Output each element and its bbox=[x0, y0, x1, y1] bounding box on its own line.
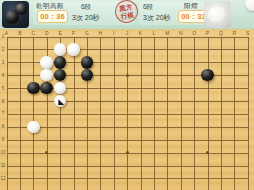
white-stone-E2 bbox=[54, 43, 67, 56]
black-stone-D5 bbox=[40, 82, 53, 95]
column-label-J: J bbox=[122, 30, 132, 36]
column-label-O: O bbox=[189, 30, 199, 36]
column-label-F: F bbox=[69, 30, 79, 36]
grid-line-row-8 bbox=[7, 127, 249, 128]
column-label-B: B bbox=[15, 30, 25, 36]
column-label-H: H bbox=[95, 30, 105, 36]
column-label-S: S bbox=[243, 30, 253, 36]
white-stone-icon bbox=[208, 6, 226, 24]
white-clock-time: 00 : 33 bbox=[181, 12, 206, 21]
black-player-clock: 00 : 36 bbox=[37, 10, 68, 23]
column-label-K: K bbox=[136, 30, 146, 36]
column-label-C: C bbox=[28, 30, 38, 36]
white-stone-C8 bbox=[27, 121, 40, 134]
top-bar: 乾明高殿 6段 00 : 36 3次 20秒 黑方 行棋 6段 阳熠 3次 20… bbox=[0, 0, 254, 29]
column-label-G: G bbox=[82, 30, 92, 36]
column-label-D: D bbox=[42, 30, 52, 36]
black-player-byoyomi: 3次 20秒 bbox=[72, 13, 100, 23]
white-player-byoyomi: 3次 20秒 bbox=[143, 13, 171, 23]
black-stone-E4 bbox=[54, 69, 67, 82]
row-label-1: 1 bbox=[0, 34, 6, 39]
black-stone-icon bbox=[15, 3, 27, 15]
grid-line-row-12 bbox=[7, 178, 249, 179]
corner-white-stone-icon bbox=[245, 0, 254, 11]
row-label-5: 5 bbox=[0, 86, 6, 91]
black-stone-G4 bbox=[81, 69, 94, 82]
go-board[interactable]: ABCDEFGHIJKLMNOPQRS123456789101112 bbox=[0, 29, 254, 190]
black-clock-time: 00 : 36 bbox=[40, 12, 65, 21]
black-stone-P4 bbox=[201, 69, 214, 82]
last-move-marker bbox=[58, 99, 64, 105]
row-label-3: 3 bbox=[0, 60, 6, 65]
row-label-2: 2 bbox=[0, 47, 6, 52]
row-label-7: 7 bbox=[0, 111, 6, 116]
star-point-P10 bbox=[206, 151, 209, 154]
column-label-P: P bbox=[203, 30, 213, 36]
grid-line-row-7 bbox=[7, 114, 249, 115]
white-stone-E5 bbox=[54, 82, 67, 95]
black-player-rank: 6段 bbox=[81, 3, 91, 12]
white-player-rank: 6段 bbox=[143, 3, 153, 12]
row-label-8: 8 bbox=[0, 124, 6, 129]
star-point-J4 bbox=[126, 74, 129, 77]
column-label-E: E bbox=[55, 30, 65, 36]
white-stone-E6 bbox=[54, 95, 67, 108]
black-stone-G3 bbox=[81, 56, 94, 69]
white-stone-D4 bbox=[40, 69, 53, 82]
grid-line-row-11 bbox=[7, 166, 249, 167]
star-point-J10 bbox=[126, 151, 129, 154]
turn-indicator-text: 黑方 行棋 bbox=[119, 3, 134, 20]
black-stone-E3 bbox=[54, 56, 67, 69]
row-label-10: 10 bbox=[0, 150, 6, 155]
grid-line-row-1 bbox=[7, 37, 249, 38]
row-label-9: 9 bbox=[0, 137, 6, 142]
row-label-11: 11 bbox=[0, 163, 6, 168]
black-stone-C5 bbox=[27, 82, 40, 95]
grid-line-row-2 bbox=[7, 49, 249, 50]
white-stone-F2 bbox=[67, 43, 80, 56]
column-label-R: R bbox=[229, 30, 239, 36]
grid-line-row-9 bbox=[7, 140, 249, 141]
star-point-D10 bbox=[45, 151, 48, 154]
white-player-avatar[interactable] bbox=[204, 1, 231, 28]
row-label-12: 12 bbox=[0, 176, 6, 181]
row-label-6: 6 bbox=[0, 99, 6, 104]
go-app-screen: 乾明高殿 6段 00 : 36 3次 20秒 黑方 行棋 6段 阳熠 3次 20… bbox=[0, 0, 254, 190]
column-label-Q: Q bbox=[216, 30, 226, 36]
column-label-L: L bbox=[149, 30, 159, 36]
black-player-avatar[interactable] bbox=[2, 1, 29, 28]
grid-line-row-6 bbox=[7, 101, 249, 102]
column-label-N: N bbox=[176, 30, 186, 36]
column-label-M: M bbox=[162, 30, 172, 36]
row-label-4: 4 bbox=[0, 73, 6, 78]
white-stone-D3 bbox=[40, 56, 53, 69]
column-label-I: I bbox=[109, 30, 119, 36]
